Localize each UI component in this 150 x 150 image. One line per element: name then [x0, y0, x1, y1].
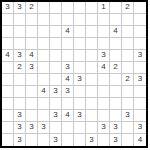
clue-cell-r3c6: 4 [62, 26, 74, 38]
clue-cell-r7c7: 3 [74, 74, 86, 86]
empty-cell-r4c9[interactable] [98, 38, 110, 50]
empty-cell-r12c4[interactable] [38, 134, 50, 146]
empty-cell-r8c1[interactable] [2, 86, 14, 98]
empty-cell-r2c10[interactable] [110, 14, 122, 26]
empty-cell-r5c10[interactable] [110, 50, 122, 62]
clue-cell-r12c10: 3 [110, 134, 122, 146]
clue-cell-r12c2: 3 [14, 134, 26, 146]
clue-cell-r11c2: 3 [14, 122, 26, 134]
empty-cell-r2c8[interactable] [86, 14, 98, 26]
empty-cell-r9c6[interactable] [62, 98, 74, 110]
clue-cell-r12c12: 4 [134, 134, 146, 146]
clue-cell-r6c2: 2 [14, 62, 26, 74]
empty-cell-r7c10[interactable] [110, 74, 122, 86]
empty-cell-r8c9[interactable] [98, 86, 110, 98]
empty-cell-r12c3[interactable] [26, 134, 38, 146]
empty-cell-r6c11[interactable] [122, 62, 134, 74]
empty-cell-r7c8[interactable] [86, 74, 98, 86]
clue-cell-r11c3: 3 [26, 122, 38, 134]
empty-cell-r4c12[interactable] [134, 38, 146, 50]
puzzle-board: 3321244434332334243234333343333333333334 [0, 0, 148, 148]
empty-cell-r2c1[interactable] [2, 14, 14, 26]
clue-cell-r11c10: 3 [110, 122, 122, 134]
empty-cell-r10c4[interactable] [38, 110, 50, 122]
empty-cell-r10c8[interactable] [86, 110, 98, 122]
clue-cell-r10c7: 3 [74, 110, 86, 122]
empty-cell-r11c11[interactable] [122, 122, 134, 134]
empty-cell-r9c5[interactable] [50, 98, 62, 110]
empty-cell-r1c6[interactable] [62, 2, 74, 14]
empty-cell-r6c4[interactable] [38, 62, 50, 74]
clue-cell-r1c9: 1 [98, 2, 110, 14]
empty-cell-r4c1[interactable] [2, 38, 14, 50]
empty-cell-r9c10[interactable] [110, 98, 122, 110]
clue-cell-r5c9: 3 [98, 50, 110, 62]
empty-cell-r10c9[interactable] [98, 110, 110, 122]
empty-cell-r1c12[interactable] [134, 2, 146, 14]
clue-cell-r7c6: 4 [62, 74, 74, 86]
empty-cell-r11c1[interactable] [2, 122, 14, 134]
empty-cell-r4c3[interactable] [26, 38, 38, 50]
clue-cell-r8c6: 3 [62, 86, 74, 98]
empty-cell-r8c2[interactable] [14, 86, 26, 98]
empty-cell-r3c1[interactable] [2, 26, 14, 38]
empty-cell-r5c8[interactable] [86, 50, 98, 62]
empty-cell-r4c10[interactable] [110, 38, 122, 50]
empty-cell-r10c1[interactable] [2, 110, 14, 122]
empty-cell-r9c11[interactable] [122, 98, 134, 110]
clue-cell-r8c4: 4 [38, 86, 50, 98]
clue-cell-r7c12: 3 [134, 74, 146, 86]
empty-cell-r4c2[interactable] [14, 38, 26, 50]
empty-cell-r7c2[interactable] [14, 74, 26, 86]
empty-cell-r7c5[interactable] [50, 74, 62, 86]
empty-cell-r3c9[interactable] [98, 26, 110, 38]
clue-cell-r6c10: 2 [110, 62, 122, 74]
empty-cell-r7c4[interactable] [38, 74, 50, 86]
empty-cell-r1c4[interactable] [38, 2, 50, 14]
empty-cell-r10c12[interactable] [134, 110, 146, 122]
clue-cell-r10c5: 3 [50, 110, 62, 122]
empty-cell-r9c7[interactable] [74, 98, 86, 110]
clue-cell-r10c11: 3 [122, 110, 134, 122]
empty-cell-r12c11[interactable] [122, 134, 134, 146]
empty-cell-r2c3[interactable] [26, 14, 38, 26]
empty-cell-r5c4[interactable] [38, 50, 50, 62]
empty-cell-r12c7[interactable] [74, 134, 86, 146]
empty-cell-r3c11[interactable] [122, 26, 134, 38]
empty-cell-r3c7[interactable] [74, 26, 86, 38]
empty-cell-r1c7[interactable] [74, 2, 86, 14]
empty-cell-r9c12[interactable] [134, 98, 146, 110]
empty-cell-r9c8[interactable] [86, 98, 98, 110]
empty-cell-r9c9[interactable] [98, 98, 110, 110]
empty-cell-r9c1[interactable] [2, 98, 14, 110]
clue-cell-r10c2: 3 [14, 110, 26, 122]
clue-cell-r5c12: 3 [134, 50, 146, 62]
clue-cell-r5c2: 3 [14, 50, 26, 62]
empty-cell-r9c4[interactable] [38, 98, 50, 110]
clue-cell-r1c11: 2 [122, 2, 134, 14]
empty-cell-r2c5[interactable] [50, 14, 62, 26]
clue-cell-r5c1: 4 [2, 50, 14, 62]
empty-cell-r6c1[interactable] [2, 62, 14, 74]
empty-cell-r8c12[interactable] [134, 86, 146, 98]
empty-cell-r1c10[interactable] [110, 2, 122, 14]
empty-cell-r2c4[interactable] [38, 14, 50, 26]
empty-cell-r5c5[interactable] [50, 50, 62, 62]
empty-cell-r1c8[interactable] [86, 2, 98, 14]
empty-cell-r8c3[interactable] [26, 86, 38, 98]
empty-cell-r12c9[interactable] [98, 134, 110, 146]
empty-cell-r12c6[interactable] [62, 134, 74, 146]
empty-cell-r12c1[interactable] [2, 134, 14, 146]
empty-cell-r2c7[interactable] [74, 14, 86, 26]
empty-cell-r4c5[interactable] [50, 38, 62, 50]
empty-cell-r3c2[interactable] [14, 26, 26, 38]
clue-cell-r7c11: 2 [122, 74, 134, 86]
empty-cell-r3c12[interactable] [134, 26, 146, 38]
clue-cell-r1c2: 3 [14, 2, 26, 14]
empty-cell-r6c7[interactable] [74, 62, 86, 74]
empty-cell-r2c2[interactable] [14, 14, 26, 26]
empty-cell-r4c8[interactable] [86, 38, 98, 50]
empty-cell-r2c9[interactable] [98, 14, 110, 26]
empty-cell-r11c8[interactable] [86, 122, 98, 134]
empty-cell-r7c1[interactable] [2, 74, 14, 86]
empty-cell-r10c10[interactable] [110, 110, 122, 122]
clue-cell-r6c6: 3 [62, 62, 74, 74]
empty-cell-r2c6[interactable] [62, 14, 74, 26]
empty-cell-r9c3[interactable] [26, 98, 38, 110]
empty-cell-r7c3[interactable] [26, 74, 38, 86]
clue-cell-r11c4: 3 [38, 122, 50, 134]
empty-cell-r9c2[interactable] [14, 98, 26, 110]
empty-cell-r2c12[interactable] [134, 14, 146, 26]
empty-cell-r5c7[interactable] [74, 50, 86, 62]
puzzle-canvas: 3321244434332334243234333343333333333334 [0, 0, 150, 150]
clue-cell-r8c5: 3 [50, 86, 62, 98]
empty-cell-r8c8[interactable] [86, 86, 98, 98]
clue-cell-r10c6: 4 [62, 110, 74, 122]
empty-cell-r5c11[interactable] [122, 50, 134, 62]
empty-cell-r4c4[interactable] [38, 38, 50, 50]
clue-cell-r12c5: 3 [50, 134, 62, 146]
clue-cell-r1c1: 3 [2, 2, 14, 14]
empty-cell-r8c7[interactable] [74, 86, 86, 98]
empty-cell-r4c11[interactable] [122, 38, 134, 50]
clue-cell-r6c9: 4 [98, 62, 110, 74]
empty-cell-r3c4[interactable] [38, 26, 50, 38]
empty-cell-r2c11[interactable] [122, 14, 134, 26]
clue-cell-r3c10: 4 [110, 26, 122, 38]
empty-cell-r3c5[interactable] [50, 26, 62, 38]
empty-cell-r11c7[interactable] [74, 122, 86, 134]
clue-cell-r1c3: 2 [26, 2, 38, 14]
clue-cell-r12c8: 3 [86, 134, 98, 146]
empty-cell-r6c8[interactable] [86, 62, 98, 74]
empty-cell-r10c3[interactable] [26, 110, 38, 122]
empty-cell-r8c11[interactable] [122, 86, 134, 98]
empty-cell-r11c5[interactable] [50, 122, 62, 134]
empty-cell-r1c5[interactable] [50, 2, 62, 14]
empty-cell-r8c10[interactable] [110, 86, 122, 98]
clue-cell-r6c3: 3 [26, 62, 38, 74]
clue-cell-r5c3: 4 [26, 50, 38, 62]
clue-cell-r11c9: 3 [98, 122, 110, 134]
empty-cell-r5c6[interactable] [62, 50, 74, 62]
empty-cell-r7c9[interactable] [98, 74, 110, 86]
empty-cell-r4c7[interactable] [74, 38, 86, 50]
empty-cell-r6c12[interactable] [134, 62, 146, 74]
empty-cell-r3c8[interactable] [86, 26, 98, 38]
empty-cell-r4c6[interactable] [62, 38, 74, 50]
empty-cell-r3c3[interactable] [26, 26, 38, 38]
clue-cell-r11c12: 3 [134, 122, 146, 134]
empty-cell-r11c6[interactable] [62, 122, 74, 134]
empty-cell-r6c5[interactable] [50, 62, 62, 74]
